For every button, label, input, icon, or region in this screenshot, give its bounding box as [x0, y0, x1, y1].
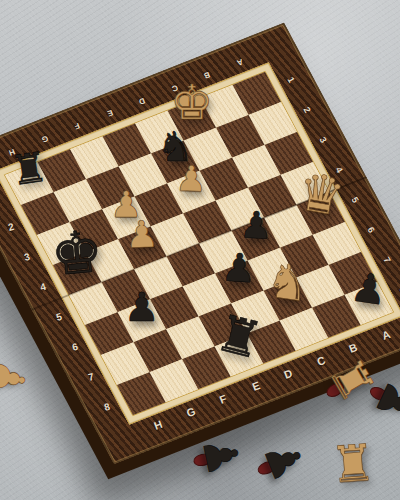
- chess-board: [0, 23, 400, 465]
- offboard-white-rook-3[interactable]: ♜: [329, 437, 377, 490]
- felt-base: [324, 380, 347, 400]
- photo-scene: ABCDEFGHABCDEFGH1234567812345678 ♚♛♞♟♟♟♜…: [0, 0, 400, 500]
- felt-base: [256, 459, 278, 477]
- felt-base: [193, 452, 214, 467]
- felt-base: [368, 385, 390, 403]
- felt-base: [0, 368, 3, 382]
- offboard-black-pawn-4[interactable]: ♟: [195, 432, 246, 480]
- offboard-black-pawn-6[interactable]: ♟: [368, 375, 400, 429]
- offboard-white-pawn-1[interactable]: ♟: [0, 357, 33, 399]
- offboard-black-pawn-5[interactable]: ♟: [256, 434, 312, 487]
